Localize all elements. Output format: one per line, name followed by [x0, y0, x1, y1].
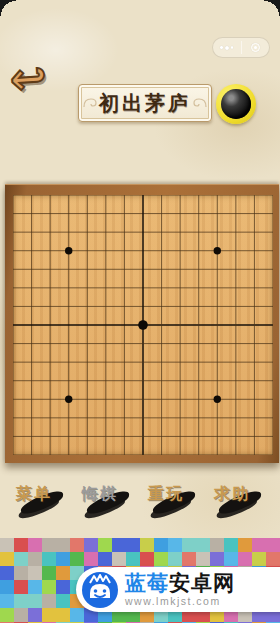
- mosaic-tile: [56, 552, 70, 566]
- mosaic-tile: [112, 538, 126, 552]
- ad-banner[interactable]: 蓝莓安卓网 www.lmkjst.com: [0, 538, 280, 623]
- mosaic-tile: [70, 552, 84, 566]
- mosaic-tile: [0, 580, 14, 594]
- mosaic-tile: [42, 608, 56, 622]
- mosaic-tile: [14, 608, 28, 622]
- mosaic-tile: [182, 538, 196, 552]
- mosaic-tile: [266, 538, 280, 552]
- mosaic-tile: [196, 538, 210, 552]
- mosaic-tile: [14, 566, 28, 580]
- mosaic-tile: [42, 580, 56, 594]
- ad-pill[interactable]: 蓝莓安卓网 www.lmkjst.com: [76, 567, 280, 612]
- mosaic-tile: [126, 538, 140, 552]
- app-screen: ↩ 初出茅庐 菜单悔棋重玩求助: [0, 0, 280, 623]
- ad-site-url: www.lmkjst.com: [125, 596, 235, 607]
- toolbar-button-label: 重玩: [148, 484, 204, 505]
- mosaic-tile: [42, 566, 56, 580]
- toolbar-button-restart[interactable]: 重玩: [146, 482, 202, 522]
- mosaic-tile: [140, 552, 154, 566]
- mosaic-tile: [70, 608, 84, 622]
- level-plaque: 初出茅庐: [78, 84, 212, 122]
- mosaic-tile: [182, 552, 196, 566]
- back-button[interactable]: ↩: [10, 56, 64, 102]
- mosaic-tile: [14, 538, 28, 552]
- mosaic-tile: [210, 552, 224, 566]
- mosaic-tile: [252, 552, 266, 566]
- mosaic-tile: [42, 594, 56, 608]
- circle-dot-icon: [251, 43, 260, 52]
- miniprogram-capsule: [212, 37, 270, 58]
- mosaic-tile: [84, 538, 98, 552]
- star-point: [214, 247, 221, 254]
- mosaic-tile: [28, 608, 42, 622]
- level-title: 初出茅庐: [99, 90, 191, 117]
- mosaic-tile: [42, 538, 56, 552]
- mosaic-tile: [168, 552, 182, 566]
- more-icon: [220, 46, 223, 49]
- toolbar-button-help[interactable]: 求助: [212, 482, 268, 522]
- mosaic-tile: [0, 594, 14, 608]
- toolbar-button-menu[interactable]: 菜单: [14, 482, 70, 522]
- mosaic-tile: [238, 538, 252, 552]
- mosaic-tile: [56, 608, 70, 622]
- more-button[interactable]: [213, 46, 241, 50]
- mosaic-tile: [56, 580, 70, 594]
- mosaic-tile: [98, 538, 112, 552]
- mosaic-tile: [0, 566, 14, 580]
- mosaic-tile: [56, 594, 70, 608]
- mosaic-tile: [28, 580, 42, 594]
- mosaic-tile: [140, 538, 154, 552]
- ad-site-name-rest: 安卓网: [169, 571, 235, 594]
- plaque-ornament-right: [193, 97, 207, 109]
- board-grid: [13, 195, 273, 455]
- mosaic-tile: [154, 538, 168, 552]
- toolbar-button-label: 悔棋: [82, 484, 138, 505]
- plaque-ornament-left: [83, 97, 97, 109]
- star-point: [214, 396, 221, 403]
- android-mascot-icon: [81, 571, 119, 609]
- back-arrow-icon: ↩: [9, 54, 66, 102]
- ad-site-name: 蓝莓安卓网: [125, 572, 235, 593]
- mosaic-tile: [224, 552, 238, 566]
- star-point: [65, 247, 72, 254]
- star-point: [65, 396, 72, 403]
- mosaic-tile: [224, 538, 238, 552]
- screen-corner-top-right: [264, 0, 280, 16]
- mosaic-tile: [14, 580, 28, 594]
- mosaic-tile: [56, 538, 70, 552]
- ad-text: 蓝莓安卓网 www.lmkjst.com: [125, 572, 235, 607]
- mosaic-tile: [70, 538, 84, 552]
- ad-site-name-highlight: 蓝莓: [125, 571, 169, 594]
- more-icon: [225, 46, 229, 50]
- star-point: [138, 320, 148, 330]
- mosaic-tile: [28, 552, 42, 566]
- toolbar-button-label: 求助: [214, 484, 270, 505]
- mosaic-tile: [14, 552, 28, 566]
- mosaic-tile: [98, 552, 112, 566]
- mosaic-tile: [196, 552, 210, 566]
- turn-indicator: [216, 84, 256, 124]
- more-icon: [231, 46, 234, 49]
- mosaic-tile: [154, 552, 168, 566]
- mosaic-tile: [28, 594, 42, 608]
- toolbar-button-label: 菜单: [16, 484, 72, 505]
- toolbar-button-undo[interactable]: 悔棋: [80, 482, 136, 522]
- mosaic-tile: [0, 552, 14, 566]
- mosaic-tile: [266, 552, 280, 566]
- board-frame: [5, 184, 279, 463]
- mosaic-tile: [0, 608, 14, 622]
- mosaic-tile: [28, 566, 42, 580]
- mosaic-tile: [28, 538, 42, 552]
- mosaic-tile: [84, 552, 98, 566]
- mosaic-tile: [252, 538, 266, 552]
- mosaic-tile: [56, 566, 70, 580]
- mosaic-tile: [210, 538, 224, 552]
- go-board[interactable]: [13, 195, 273, 455]
- mosaic-tile: [14, 594, 28, 608]
- mosaic-tile: [42, 552, 56, 566]
- mosaic-tile: [0, 538, 14, 552]
- black-stone-icon: [221, 89, 251, 119]
- mosaic-tile: [168, 538, 182, 552]
- mosaic-tile: [112, 552, 126, 566]
- mosaic-tile: [126, 552, 140, 566]
- toolbar: 菜单悔棋重玩求助: [0, 482, 280, 524]
- mosaic-tile: [238, 552, 252, 566]
- screen-corner-top-left: [0, 0, 16, 16]
- exit-button[interactable]: [242, 43, 270, 52]
